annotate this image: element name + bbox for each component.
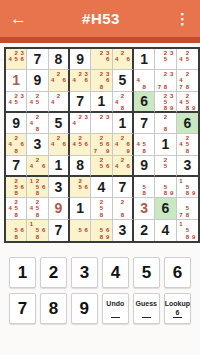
candidates-grid: 2345 (6, 92, 26, 111)
candidate-digit: 8 (13, 190, 19, 196)
candidates-grid: 2478 (177, 70, 198, 90)
cell-r4c2[interactable]: 248 (27, 113, 48, 134)
given-digit: 4 (162, 223, 170, 237)
digit-button-4[interactable]: 4 (102, 257, 129, 288)
candidate-digit: 8 (13, 212, 19, 218)
candidate-digit: 2 (162, 114, 168, 120)
candidates-grid: 12568 (27, 177, 47, 197)
cell-r4c6[interactable]: 1 (113, 113, 134, 134)
digit-button-9[interactable]: 9 (71, 293, 98, 324)
candidates-grid: 25679 (91, 134, 111, 154)
given-digit: 3 (118, 223, 126, 237)
candidate-digit: 5 (34, 99, 40, 105)
candidate-digit: 8 (141, 84, 147, 90)
candidates-grid: 28 (113, 198, 132, 218)
candidates-grid: 2458 (27, 198, 47, 218)
candidate-digit: 5 (162, 163, 168, 169)
cell-r8c3[interactable]: 9 (49, 198, 70, 219)
digit-label: 9 (80, 300, 89, 317)
cell-r4c5[interactable]: 23 (91, 113, 112, 134)
cell-r4c1[interactable]: 9 (6, 113, 27, 134)
given-digit: 1 (162, 137, 170, 151)
candidates-grid: 2458 (177, 134, 198, 154)
candidate-digit: 9 (105, 148, 111, 154)
candidates-grid: 1568 (27, 220, 47, 241)
candidates-grid: 56 (70, 220, 90, 241)
action-label: Undo (106, 300, 124, 308)
candidate-digit: 3 (105, 114, 111, 120)
candidate-digit: 3 (169, 93, 175, 99)
candidate-digit: 3 (83, 114, 89, 120)
keypad: 123456 789UndoGuessLookup6 (9, 257, 191, 324)
candidates-grid: 28 (155, 113, 175, 133)
candidate-digit: 6 (61, 141, 67, 147)
candidates-grid: 2469 (113, 134, 132, 154)
given-digit: 1 (140, 52, 148, 66)
guess-button[interactable]: Guess (133, 293, 160, 324)
digit-button-3[interactable]: 3 (71, 257, 98, 288)
given-digit: 7 (54, 223, 62, 237)
cell-r5c7[interactable]: 458 (134, 134, 155, 155)
given-digit: 9 (12, 116, 20, 130)
undo-button[interactable]: Undo (102, 293, 129, 324)
given-digit: 7 (118, 180, 126, 194)
candidates-grid: 25 (155, 156, 175, 175)
candidate-digit: 4 (71, 77, 77, 83)
cell-r7c1[interactable]: 2568 (6, 177, 27, 198)
candidates-grid: 248 (113, 92, 132, 111)
entered-digit: 9 (54, 201, 62, 215)
app-header: ← #H53 ⋮ (0, 0, 200, 37)
candidate-digit: 9 (191, 234, 197, 240)
candidate-digit: 8 (162, 84, 168, 90)
candidate-digit: 4 (50, 141, 56, 147)
cell-r7c9[interactable]: 1589 (177, 177, 198, 198)
cell-r5c5[interactable]: 25679 (91, 134, 112, 155)
cell-r4c3[interactable]: 5 (49, 113, 70, 134)
digit-label: 2 (49, 264, 58, 281)
candidate-digit: 6 (61, 77, 67, 83)
cell-r5c8[interactable]: 1 (155, 134, 176, 155)
candidate-digit: 6 (125, 56, 131, 62)
candidates-grid: 246 (49, 134, 68, 154)
candidates-grid: 23456 (6, 49, 26, 69)
candidates-grid: 234 (70, 113, 90, 133)
digit-button-6[interactable]: 6 (164, 257, 191, 288)
digit-label: 8 (49, 300, 58, 317)
entered-digit: 3 (140, 201, 148, 215)
cell-r5c3[interactable]: 246 (49, 134, 70, 155)
sudoku-app: ← #H53 ⋮ 2345678923624612352451924623462… (0, 0, 200, 355)
candidates-grid: 245 (177, 49, 198, 69)
candidate-digit: 8 (34, 190, 40, 196)
cell-r9c4[interactable]: 56 (70, 220, 91, 241)
given-digit: 3 (54, 180, 62, 194)
digit-label: 1 (18, 264, 27, 281)
candidate-digit: 8 (141, 190, 147, 196)
candidate-digit: 2 (119, 93, 125, 99)
given-digit: 7 (34, 52, 42, 66)
candidate-digit: 5 (184, 56, 190, 62)
candidate-digit: 4 (114, 56, 120, 62)
overflow-menu-icon[interactable]: ⋮ (175, 11, 190, 26)
candidates-grid: 2368 (91, 70, 111, 90)
cell-r7c7[interactable]: 58 (134, 177, 155, 198)
cell-r2c5[interactable]: 2368 (91, 70, 112, 91)
cell-r3c8[interactable]: 23589 (155, 92, 176, 113)
candidate-digit: 4 (114, 163, 120, 169)
given-digit: 1 (98, 94, 106, 108)
candidate-digit: 9 (191, 190, 197, 196)
cell-r1c7[interactable]: 1 (134, 49, 155, 70)
candidate-digit: 3 (19, 93, 25, 99)
given-digit: 6 (140, 94, 148, 108)
cell-r9c1[interactable]: 568 (6, 220, 27, 241)
given-digit: 1 (76, 201, 84, 215)
cell-r7c3[interactable]: 3 (49, 177, 70, 198)
cell-r7c8[interactable]: 589 (155, 177, 176, 198)
cell-r8c2[interactable]: 2458 (27, 198, 48, 219)
digit-button-8[interactable]: 8 (40, 293, 67, 324)
candidates-grid: 58 (134, 177, 154, 197)
candidate-digit: 5 (162, 56, 168, 62)
candidate-digit: 9 (191, 105, 197, 111)
digit-label: 7 (18, 300, 27, 317)
candidates-grid: 458 (134, 134, 154, 154)
candidate-digit: 8 (34, 212, 40, 218)
cell-r9c3[interactable]: 7 (49, 220, 70, 241)
cell-r2c8[interactable]: 2378 (155, 70, 176, 91)
cell-r4c7[interactable]: 7 (134, 113, 155, 134)
given-digit: 6 (162, 201, 170, 215)
candidate-digit: 6 (19, 56, 25, 62)
candidate-digit: 2 (119, 199, 125, 205)
given-digit: 5 (54, 116, 62, 130)
cell-r6c6[interactable]: 246 (113, 156, 134, 177)
cell-r8c4[interactable]: 1 (70, 198, 91, 219)
candidate-digit: 9 (125, 148, 131, 154)
candidate-digit: 8 (184, 212, 190, 218)
cell-r6c7[interactable]: 9 (134, 156, 155, 177)
candidate-digit: 9 (169, 105, 175, 111)
candidate-digit: 9 (105, 234, 111, 240)
cell-r2c7[interactable]: 48 (134, 70, 155, 91)
candidates-grid: 235 (155, 49, 175, 69)
candidate-digit: 6 (83, 227, 89, 233)
cell-r3c5[interactable]: 1 (91, 92, 112, 113)
cell-r3c6[interactable]: 248 (113, 92, 134, 113)
candidates-grid: 2458 (6, 198, 26, 218)
cell-r2c4[interactable]: 2346 (70, 70, 91, 91)
cell-r8c7[interactable]: 3 (134, 198, 155, 219)
given-digit: 7 (12, 158, 20, 172)
cell-r3c3[interactable]: 24 (49, 92, 70, 113)
given-digit: 4 (98, 180, 106, 194)
cell-r9c9[interactable]: 1589 (177, 220, 198, 241)
cell-r2c2[interactable]: 9 (27, 70, 48, 91)
cell-r2c1[interactable]: 1 (6, 70, 27, 91)
candidate-digit: 8 (162, 126, 168, 132)
candidates-grid: 1589 (177, 220, 198, 241)
cell-r3c9[interactable]: 24589 (177, 92, 198, 113)
candidate-digit: 4 (114, 141, 120, 147)
candidates-grid: 236 (91, 49, 111, 69)
cell-r9c8[interactable]: 4 (155, 220, 176, 241)
candidate-digit: 6 (41, 227, 47, 233)
cell-r5c2[interactable]: 3 (27, 134, 48, 155)
candidates-grid: 258 (91, 198, 111, 218)
back-icon[interactable]: ← (10, 10, 27, 27)
candidates-grid: 2346 (70, 70, 90, 90)
cell-r7c2[interactable]: 12568 (27, 177, 48, 198)
candidates-grid: 246 (27, 156, 47, 175)
given-digit: 1 (118, 116, 126, 130)
cell-r1c5[interactable]: 236 (91, 49, 112, 70)
digit-label: 5 (142, 264, 151, 281)
cell-r6c1[interactable]: 7 (6, 156, 27, 177)
cell-r6c4[interactable]: 8 (70, 156, 91, 177)
candidate-digit: 6 (105, 77, 111, 83)
candidates-grid: 2456 (70, 134, 90, 154)
given-digit: 3 (34, 137, 42, 151)
cell-r9c5[interactable]: 5689 (91, 220, 112, 241)
candidates-grid: 48 (134, 70, 154, 90)
cell-r9c7[interactable]: 2 (134, 220, 155, 241)
given-digit: 8 (54, 52, 62, 66)
candidate-digit: 6 (19, 227, 25, 233)
candidate-digit: 8 (119, 212, 125, 218)
candidate-digit: 8 (98, 84, 104, 90)
candidate-digit: 8 (184, 148, 190, 154)
action-label: Lookup (165, 300, 190, 308)
candidate-digit: 3 (169, 50, 175, 56)
candidates-grid: 589 (155, 177, 175, 197)
candidates-grid: 1589 (177, 177, 198, 197)
cell-r2c6[interactable]: 5 (113, 70, 134, 91)
candidate-digit: 4 (28, 163, 34, 169)
candidate-digit: 4 (50, 99, 56, 105)
candidate-digit: 3 (169, 71, 175, 77)
cell-r3c7[interactable]: 6 (134, 92, 155, 113)
candidates-grid: 568 (6, 220, 26, 241)
cell-r5c6[interactable]: 2469 (113, 134, 134, 155)
cell-r1c1[interactable]: 23456 (6, 49, 27, 70)
cell-r4c9[interactable]: 6 (177, 113, 198, 134)
candidate-digit: 8 (34, 234, 40, 240)
candidate-digit: 6 (105, 163, 111, 169)
candidate-digit: 6 (83, 141, 89, 147)
keypad-row-2: 789UndoGuessLookup6 (9, 293, 191, 324)
candidate-digit: 6 (19, 184, 25, 190)
candidate-digit: 4 (50, 77, 56, 83)
cell-r1c2[interactable]: 7 (27, 49, 48, 70)
digit-label: 3 (80, 264, 89, 281)
candidates-grid: 2568 (6, 177, 26, 197)
lookup-button[interactable]: Lookup6 (164, 293, 191, 324)
candidates-grid: 24 (49, 92, 68, 111)
given-digit: 8 (76, 158, 84, 172)
given-digit: 7 (76, 94, 84, 108)
candidate-digit: 8 (34, 126, 40, 132)
cell-r9c2[interactable]: 1568 (27, 220, 48, 241)
candidate-digit: 2 (55, 93, 61, 99)
candidates-grid: 248 (27, 113, 47, 133)
cell-r7c6[interactable]: 7 (113, 177, 134, 198)
candidate-digit: 5 (13, 99, 19, 105)
cell-r6c9[interactable]: 3 (177, 156, 198, 177)
given-digit: 9 (140, 158, 148, 172)
candidates-grid: 24589 (177, 92, 198, 111)
cell-r8c6[interactable]: 28 (113, 198, 134, 219)
candidates-grid: 256 (70, 177, 90, 197)
cell-r2c3[interactable]: 246 (49, 70, 70, 91)
sudoku-board: 2345678923624612352451924623462368548237… (4, 47, 200, 243)
candidates-grid: 23589 (155, 92, 175, 111)
cell-r9c6[interactable]: 3 (113, 220, 134, 241)
cell-r6c2[interactable]: 246 (27, 156, 48, 177)
cell-r8c9[interactable]: 578 (177, 198, 198, 219)
given-digit: 5 (118, 73, 126, 87)
candidate-digit: 8 (141, 148, 147, 154)
action-label: Guess (136, 300, 157, 308)
cell-r3c4[interactable]: 7 (70, 92, 91, 113)
candidate-digit: 9 (169, 190, 175, 196)
candidate-digit: 8 (184, 84, 190, 90)
cell-r4c4[interactable]: 234 (70, 113, 91, 134)
undo-sub-value (111, 309, 120, 318)
candidates-grid: 578 (177, 198, 198, 218)
given-digit: 9 (76, 52, 84, 66)
entered-digit: 1 (12, 73, 20, 87)
cell-r1c3[interactable]: 8 (49, 49, 70, 70)
digit-button-7[interactable]: 7 (9, 293, 36, 324)
cell-r8c1[interactable]: 2458 (6, 198, 27, 219)
candidate-digit: 7 (92, 148, 98, 154)
cell-r1c4[interactable]: 9 (70, 49, 91, 70)
candidate-digit: 6 (41, 163, 47, 169)
candidates-grid: 246 (113, 49, 132, 69)
digit-button-2[interactable]: 2 (40, 257, 67, 288)
candidate-digit: 2 (184, 71, 190, 77)
candidates-grid: 23 (91, 113, 111, 133)
given-digit: 7 (140, 116, 148, 130)
candidate-digit: 6 (105, 56, 111, 62)
cell-r8c5[interactable]: 258 (91, 198, 112, 219)
lookup-sub-value: 6 (173, 309, 182, 318)
cell-r3c1[interactable]: 2345 (6, 92, 27, 113)
cell-r6c5[interactable]: 256 (91, 156, 112, 177)
cell-r5c4[interactable]: 2456 (70, 134, 91, 155)
candidates-grid: 256 (91, 156, 111, 175)
candidate-digit: 6 (83, 184, 89, 190)
cell-r5c1[interactable]: 2468 (6, 134, 27, 155)
cell-r6c8[interactable]: 25 (155, 156, 176, 177)
candidates-grid: 246 (49, 70, 68, 90)
candidate-digit: 4 (71, 120, 77, 126)
cell-r4c8[interactable]: 28 (155, 113, 176, 134)
cell-r5c9[interactable]: 2458 (177, 134, 198, 155)
candidate-digit: 8 (98, 212, 104, 218)
candidate-digit: 8 (13, 148, 19, 154)
cell-r8c8[interactable]: 6 (155, 198, 176, 219)
candidates-grid: 2468 (6, 134, 26, 154)
given-digit: 1 (54, 158, 62, 172)
given-digit: 9 (34, 73, 42, 87)
cell-r7c4[interactable]: 256 (70, 177, 91, 198)
page-title: #H53 (82, 10, 120, 27)
digit-button-1[interactable]: 1 (9, 257, 36, 288)
candidate-digit: 8 (13, 234, 19, 240)
candidate-digit: 8 (119, 105, 125, 111)
cell-r6c3[interactable]: 1 (49, 156, 70, 177)
candidate-digit: 6 (125, 163, 131, 169)
candidates-grid: 5689 (91, 220, 111, 241)
candidates-grid: 246 (113, 156, 132, 175)
candidate-digit: 6 (41, 184, 47, 190)
candidates-grid: 2378 (155, 70, 175, 90)
cell-r7c5[interactable]: 4 (91, 177, 112, 198)
digit-button-5[interactable]: 5 (133, 257, 160, 288)
given-digit: 3 (183, 158, 191, 172)
guess-sub-value (142, 309, 151, 318)
digit-label: 4 (111, 264, 120, 281)
board-area: 2345678923624612352451924623462368548237… (0, 43, 200, 243)
cell-r2c9[interactable]: 2478 (177, 70, 198, 91)
keypad-row-1: 123456 (9, 257, 191, 288)
given-digit: 6 (183, 116, 191, 130)
candidates-grid: 245 (27, 92, 47, 111)
cell-r3c2[interactable]: 245 (27, 92, 48, 113)
cell-r1c6[interactable]: 246 (113, 49, 134, 70)
digit-label: 6 (173, 264, 182, 281)
cell-r1c8[interactable]: 235 (155, 49, 176, 70)
candidate-digit: 6 (19, 141, 25, 147)
candidate-digit: 6 (83, 77, 89, 83)
cell-r1c9[interactable]: 245 (177, 49, 198, 70)
candidate-digit: 2 (34, 114, 40, 120)
given-digit: 2 (140, 223, 148, 237)
